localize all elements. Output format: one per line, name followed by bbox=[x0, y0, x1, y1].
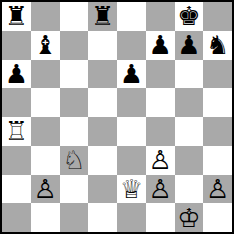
square-a1[interactable] bbox=[2, 203, 31, 232]
square-c3[interactable]: ♘ bbox=[60, 146, 89, 175]
white-knight-piece: ♘ bbox=[62, 147, 85, 173]
black-rook-piece: ♜ bbox=[5, 3, 28, 29]
black-bishop-piece: ♝ bbox=[33, 32, 56, 58]
square-d3[interactable] bbox=[88, 146, 117, 175]
square-d5[interactable] bbox=[88, 88, 117, 117]
square-f4[interactable] bbox=[146, 117, 175, 146]
square-g6[interactable] bbox=[175, 60, 204, 89]
square-b5[interactable] bbox=[31, 88, 60, 117]
square-c8[interactable] bbox=[60, 2, 89, 31]
square-d6[interactable] bbox=[88, 60, 117, 89]
white-pawn-piece: ♙ bbox=[148, 147, 171, 173]
white-pawn-piece: ♙ bbox=[148, 176, 171, 202]
square-f8[interactable] bbox=[146, 2, 175, 31]
square-d7[interactable] bbox=[88, 31, 117, 60]
square-d2[interactable] bbox=[88, 175, 117, 204]
square-f7[interactable]: ♟ bbox=[146, 31, 175, 60]
square-e4[interactable] bbox=[117, 117, 146, 146]
black-pawn-piece: ♟ bbox=[148, 32, 171, 58]
square-c5[interactable] bbox=[60, 88, 89, 117]
square-g8[interactable]: ♚ bbox=[175, 2, 204, 31]
square-h7[interactable]: ♞ bbox=[203, 31, 232, 60]
square-b2[interactable]: ♙ bbox=[31, 175, 60, 204]
square-c2[interactable] bbox=[60, 175, 89, 204]
square-h4[interactable] bbox=[203, 117, 232, 146]
square-e7[interactable] bbox=[117, 31, 146, 60]
square-h2[interactable]: ♙ bbox=[203, 175, 232, 204]
square-h6[interactable] bbox=[203, 60, 232, 89]
square-g3[interactable] bbox=[175, 146, 204, 175]
square-e1[interactable] bbox=[117, 203, 146, 232]
square-a2[interactable] bbox=[2, 175, 31, 204]
square-b1[interactable] bbox=[31, 203, 60, 232]
square-c1[interactable] bbox=[60, 203, 89, 232]
square-a3[interactable] bbox=[2, 146, 31, 175]
black-knight-piece: ♞ bbox=[206, 32, 229, 58]
black-king-piece: ♚ bbox=[177, 3, 200, 29]
square-f3[interactable]: ♙ bbox=[146, 146, 175, 175]
square-c7[interactable] bbox=[60, 31, 89, 60]
square-e6[interactable]: ♟ bbox=[117, 60, 146, 89]
square-d4[interactable] bbox=[88, 117, 117, 146]
black-pawn-piece: ♟ bbox=[177, 32, 200, 58]
black-pawn-piece: ♟ bbox=[120, 61, 143, 87]
square-f5[interactable] bbox=[146, 88, 175, 117]
square-h3[interactable] bbox=[203, 146, 232, 175]
white-king-piece: ♔ bbox=[177, 205, 200, 231]
square-h8[interactable] bbox=[203, 2, 232, 31]
black-pawn-piece: ♟ bbox=[5, 61, 28, 87]
white-pawn-piece: ♙ bbox=[206, 176, 229, 202]
square-b4[interactable] bbox=[31, 117, 60, 146]
white-rook-piece: ♖ bbox=[5, 118, 28, 144]
square-h5[interactable] bbox=[203, 88, 232, 117]
square-g7[interactable]: ♟ bbox=[175, 31, 204, 60]
square-g2[interactable] bbox=[175, 175, 204, 204]
square-g5[interactable] bbox=[175, 88, 204, 117]
square-e8[interactable] bbox=[117, 2, 146, 31]
white-queen-piece: ♕ bbox=[120, 176, 143, 202]
square-e5[interactable] bbox=[117, 88, 146, 117]
square-c4[interactable] bbox=[60, 117, 89, 146]
white-pawn-piece: ♙ bbox=[33, 176, 56, 202]
square-g1[interactable]: ♔ bbox=[175, 203, 204, 232]
square-b8[interactable] bbox=[31, 2, 60, 31]
square-a4[interactable]: ♖ bbox=[2, 117, 31, 146]
black-rook-piece: ♜ bbox=[91, 3, 114, 29]
square-b6[interactable] bbox=[31, 60, 60, 89]
square-b7[interactable]: ♝ bbox=[31, 31, 60, 60]
square-h1[interactable] bbox=[203, 203, 232, 232]
square-f1[interactable] bbox=[146, 203, 175, 232]
square-a6[interactable]: ♟ bbox=[2, 60, 31, 89]
square-f2[interactable]: ♙ bbox=[146, 175, 175, 204]
square-g4[interactable] bbox=[175, 117, 204, 146]
square-a8[interactable]: ♜ bbox=[2, 2, 31, 31]
square-e3[interactable] bbox=[117, 146, 146, 175]
square-a5[interactable] bbox=[2, 88, 31, 117]
square-d8[interactable]: ♜ bbox=[88, 2, 117, 31]
square-b3[interactable] bbox=[31, 146, 60, 175]
square-c6[interactable] bbox=[60, 60, 89, 89]
square-a7[interactable] bbox=[2, 31, 31, 60]
square-f6[interactable] bbox=[146, 60, 175, 89]
chess-board: ♜♜♚♝♟♟♞♟♟♖♘♙♙♕♙♙♔ bbox=[0, 0, 234, 234]
square-e2[interactable]: ♕ bbox=[117, 175, 146, 204]
square-d1[interactable] bbox=[88, 203, 117, 232]
